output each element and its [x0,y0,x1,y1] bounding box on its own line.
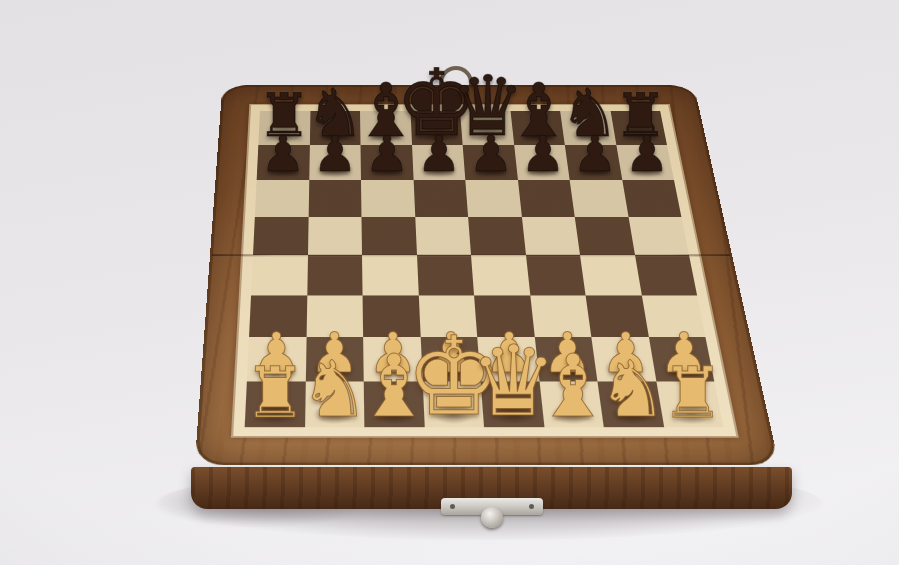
square-h1 [656,381,724,427]
board-grid [245,111,724,427]
square-d3 [418,295,477,337]
square-b5 [308,217,363,255]
clasp-screw-icon [529,504,534,509]
square-g2 [591,337,655,381]
square-b3 [306,295,363,337]
square-e3 [474,295,534,337]
square-b7 [309,145,361,180]
square-h8 [610,111,667,145]
square-c6 [361,180,415,217]
fold-seam [212,254,730,256]
square-g4 [580,255,641,295]
square-h5 [628,217,689,255]
square-d8 [410,111,463,145]
clasp-plate [441,498,543,515]
square-a8 [258,111,310,145]
square-f6 [517,180,574,217]
square-b4 [307,255,363,295]
square-g1 [597,381,663,427]
square-a3 [249,295,307,337]
square-e8 [460,111,514,145]
square-b6 [308,180,361,217]
square-a5 [253,217,308,255]
square-b2 [305,337,363,381]
square-a1 [245,381,306,427]
square-e4 [471,255,530,295]
square-d6 [413,180,468,217]
square-e2 [477,337,539,381]
square-d5 [415,217,471,255]
square-e6 [465,180,521,217]
square-c2 [363,337,422,381]
square-c4 [362,255,418,295]
square-a2 [247,337,306,381]
square-f1 [539,381,604,427]
chess-board [195,85,780,465]
square-d7 [412,145,466,180]
square-b8 [309,111,360,145]
square-e5 [468,217,525,255]
square-e1 [481,381,544,427]
square-h6 [622,180,682,217]
square-f8 [510,111,565,145]
square-h4 [635,255,698,295]
box-front-face [191,467,792,509]
square-f7 [514,145,570,180]
square-a7 [257,145,310,180]
square-g3 [586,295,649,337]
square-c5 [361,217,416,255]
board-inner-border [231,104,739,438]
square-a6 [255,180,309,217]
square-f2 [534,337,597,381]
square-c1 [364,381,424,427]
square-c7 [360,145,413,180]
square-d2 [420,337,480,381]
square-f5 [521,217,580,255]
photo-scene: ♜♞♝♚♛♝♞♜♟♟♟♟♟♟♟♟♟♟♟♟♟♟♟♟♜♞♝♚♛♝♞♜ [0,0,899,565]
square-e7 [463,145,518,180]
square-g7 [565,145,622,180]
square-h2 [648,337,714,381]
square-f4 [526,255,586,295]
square-f3 [530,295,592,337]
square-a4 [251,255,307,295]
clasp-knob-icon [481,507,503,528]
square-g5 [575,217,635,255]
square-c3 [363,295,421,337]
square-h3 [641,295,705,337]
clasp-screw-icon [450,504,455,509]
square-h7 [616,145,674,180]
square-g6 [570,180,628,217]
square-d4 [417,255,475,295]
square-c8 [360,111,412,145]
square-g8 [560,111,616,145]
square-d1 [422,381,484,427]
square-b1 [305,381,365,427]
